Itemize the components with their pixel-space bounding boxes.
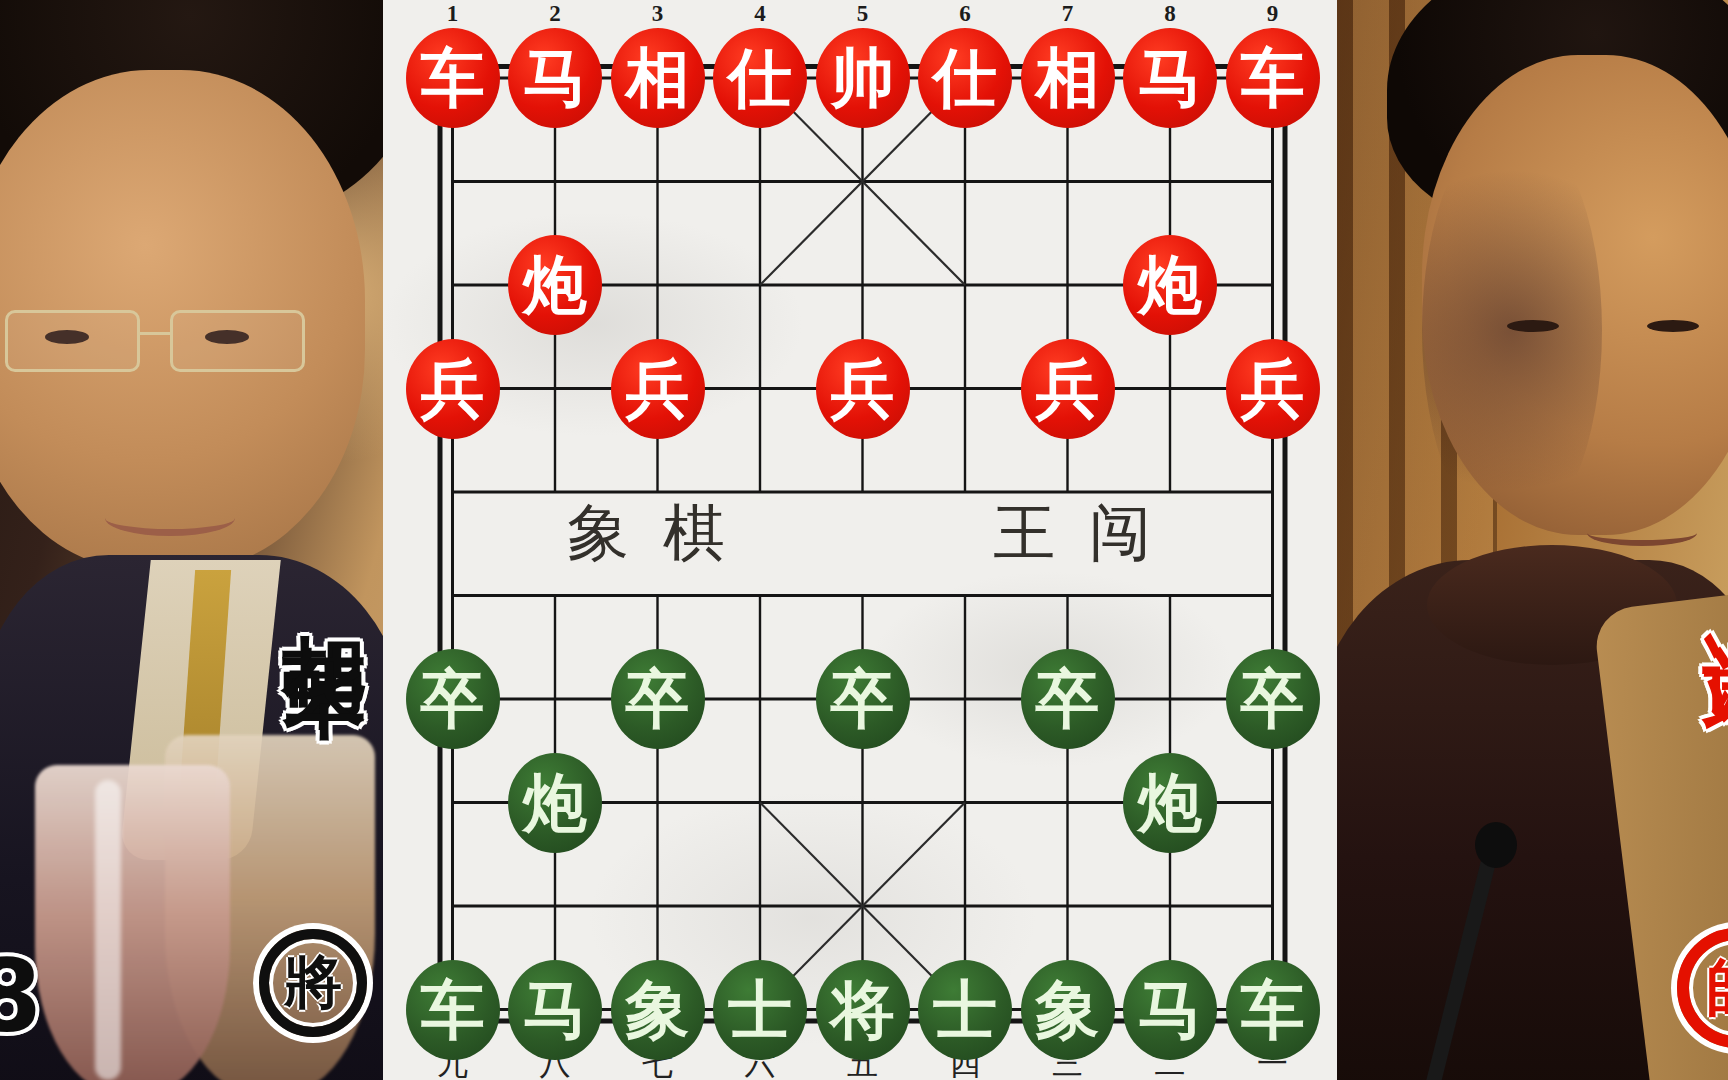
file-label-top-7: 7 [1048, 0, 1088, 28]
file-label-top-8: 8 [1150, 0, 1190, 28]
black-general-badge-char: 將 [284, 944, 342, 1022]
right-player-eye [1507, 320, 1559, 332]
piece-green-将: 将 [816, 960, 910, 1060]
black-general-badge: 將 [259, 929, 367, 1037]
piece-green-象: 象 [611, 960, 705, 1060]
piece-green-士: 士 [713, 960, 807, 1060]
piece-green-士: 士 [918, 960, 1012, 1060]
eyeglasses-lens [170, 310, 305, 372]
piece-green-卒: 卒 [611, 649, 705, 749]
piece-red-兵: 兵 [1021, 339, 1115, 439]
file-label-top-9: 9 [1253, 0, 1293, 28]
microphone-tip [1475, 822, 1517, 868]
file-label-top-1: 1 [433, 0, 473, 28]
file-label-top-5: 5 [843, 0, 883, 28]
left-player-mouth [105, 500, 235, 536]
piece-red-车: 车 [1226, 28, 1320, 128]
file-label-top-3: 3 [638, 0, 678, 28]
piece-green-卒: 卒 [1226, 649, 1320, 749]
eyeglasses-bridge [138, 332, 172, 335]
right-player-photo: 谢靖 帥 [1337, 0, 1728, 1080]
piece-red-炮: 炮 [1123, 235, 1217, 335]
corner-digit: 8 [0, 938, 42, 1055]
piece-red-马: 马 [1123, 28, 1217, 128]
xiangqi-board: 123456789 九八七六五四三二一 象棋 王闯 车马相仕帅仕相马车炮炮兵兵兵… [383, 0, 1337, 1080]
right-player-eye [1647, 320, 1699, 332]
file-label-top-4: 4 [740, 0, 780, 28]
right-player-name: 谢靖 [1688, 556, 1728, 580]
piece-red-兵: 兵 [816, 339, 910, 439]
piece-green-卒: 卒 [406, 649, 500, 749]
left-player-photo: 胡荣华 將 8 [0, 0, 383, 1080]
piece-red-车: 车 [406, 28, 500, 128]
river-watermark-right: 王闯 [993, 499, 1185, 567]
piece-green-卒: 卒 [1021, 649, 1115, 749]
piece-red-兵: 兵 [611, 339, 705, 439]
piece-red-帅: 帅 [816, 28, 910, 128]
piece-red-仕: 仕 [713, 28, 807, 128]
piece-green-象: 象 [1021, 960, 1115, 1060]
wine-glass [35, 765, 230, 1080]
piece-green-车: 车 [1226, 960, 1320, 1060]
piece-green-马: 马 [508, 960, 602, 1060]
piece-red-兵: 兵 [1226, 339, 1320, 439]
piece-red-兵: 兵 [406, 339, 500, 439]
right-player-face-shadow [1422, 120, 1602, 540]
video-frame: 胡荣华 將 8 [0, 0, 1728, 1080]
file-label-top-6: 6 [945, 0, 985, 28]
river-watermark-left: 象棋 [567, 499, 759, 567]
piece-green-炮: 炮 [1123, 753, 1217, 853]
left-player-name: 胡荣华 [268, 566, 382, 602]
piece-red-仕: 仕 [918, 28, 1012, 128]
wine-glass-highlight [95, 780, 121, 1080]
eyeglasses-lens [5, 310, 140, 372]
piece-green-炮: 炮 [508, 753, 602, 853]
piece-green-车: 车 [406, 960, 500, 1060]
right-player-mouth [1587, 520, 1697, 546]
piece-red-相: 相 [1021, 28, 1115, 128]
file-label-top-2: 2 [535, 0, 575, 28]
piece-red-炮: 炮 [508, 235, 602, 335]
board-grid [383, 0, 1337, 1080]
piece-red-相: 相 [611, 28, 705, 128]
piece-green-卒: 卒 [816, 649, 910, 749]
piece-green-马: 马 [1123, 960, 1217, 1060]
red-marshal-badge-char: 帥 [1706, 946, 1728, 1030]
piece-red-马: 马 [508, 28, 602, 128]
